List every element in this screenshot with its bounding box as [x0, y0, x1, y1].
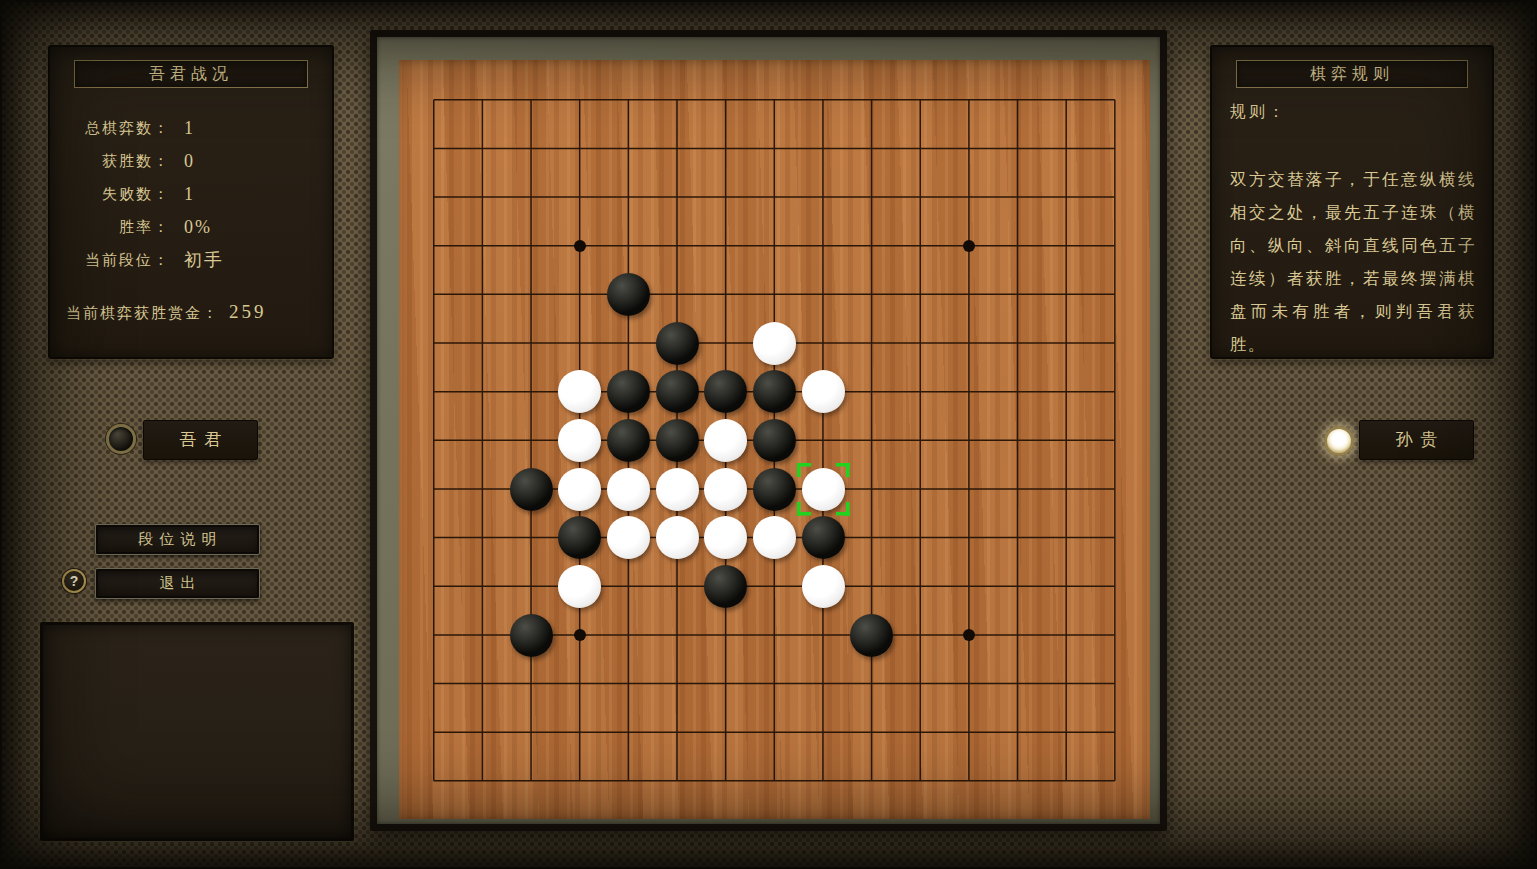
stat-value: 1 — [184, 112, 195, 145]
white-stone — [558, 419, 601, 462]
white-stone — [558, 468, 601, 511]
white-stone — [607, 516, 650, 559]
black-stone — [704, 370, 747, 413]
stat-value: 1 — [184, 178, 195, 211]
black-stone-indicator — [106, 424, 136, 454]
black-stone — [510, 468, 553, 511]
black-stone — [753, 370, 796, 413]
white-stone — [607, 468, 650, 511]
stat-wins: 获胜数： 0 — [50, 145, 332, 178]
white-stone-indicator — [1324, 426, 1354, 456]
stat-losses: 失败数： 1 — [50, 178, 332, 211]
stat-total-games: 总棋弈数： 1 — [50, 112, 332, 145]
stat-label: 胜率： — [50, 211, 170, 244]
bounty-value: 259 — [229, 301, 267, 322]
star-point — [963, 240, 975, 252]
white-stone — [802, 565, 845, 608]
white-stone — [704, 516, 747, 559]
black-stone — [656, 370, 699, 413]
black-stone — [607, 273, 650, 316]
stones-grid — [410, 76, 1140, 806]
last-move-marker — [797, 463, 850, 516]
star-point — [574, 629, 586, 641]
white-stone — [704, 419, 747, 462]
white-stone — [802, 370, 845, 413]
black-stone — [607, 419, 650, 462]
black-stone — [607, 370, 650, 413]
board-frame — [377, 37, 1160, 824]
stats-panel: 吾君战况 总棋弈数： 1 获胜数： 0 失败数： 1 胜率： 0% 当前段位： … — [48, 45, 334, 359]
stat-winrate: 胜率： 0% — [50, 211, 332, 244]
black-stone — [753, 468, 796, 511]
stat-label: 失败数： — [50, 178, 170, 211]
black-stone — [558, 516, 601, 559]
stats-panel-title: 吾君战况 — [74, 60, 307, 88]
rules-heading: 规则： — [1230, 102, 1492, 123]
black-stone — [510, 614, 553, 657]
help-icon[interactable]: ? — [62, 569, 86, 593]
white-stone — [753, 322, 796, 365]
bounty-row: 当前棋弈获胜赏金：259 — [66, 300, 267, 325]
star-point — [574, 240, 586, 252]
empty-log-panel — [40, 622, 354, 841]
black-stone — [850, 614, 893, 657]
rank-info-button[interactable]: 段位说明 — [95, 524, 260, 555]
white-stone — [558, 565, 601, 608]
black-stone — [704, 565, 747, 608]
white-stone — [753, 516, 796, 559]
black-stone — [753, 419, 796, 462]
white-stone — [704, 468, 747, 511]
board-play-area[interactable] — [399, 60, 1150, 819]
black-stone — [656, 322, 699, 365]
bounty-label: 当前棋弈获胜赏金： — [66, 305, 219, 321]
black-stone — [656, 419, 699, 462]
star-point — [963, 629, 975, 641]
rules-panel: 棋弈规则 规则： 双方交替落子，于任意纵横线相交之处，最先五子连珠（横向、纵向、… — [1210, 45, 1494, 359]
stat-value: 初手 — [184, 244, 224, 277]
player-right-nameplate: 孙贵 — [1359, 420, 1474, 460]
black-stone — [802, 516, 845, 559]
stat-label: 总棋弈数： — [50, 112, 170, 145]
white-stone — [656, 516, 699, 559]
stat-label: 当前段位： — [50, 244, 170, 277]
stat-value: 0 — [184, 145, 195, 178]
stat-rank: 当前段位： 初手 — [50, 244, 332, 277]
white-stone — [558, 370, 601, 413]
player-left-nameplate: 吾君 — [143, 420, 258, 460]
stats-list: 总棋弈数： 1 获胜数： 0 失败数： 1 胜率： 0% 当前段位： 初手 — [50, 112, 332, 277]
stat-value: 0% — [184, 211, 212, 244]
gomoku-board — [370, 30, 1167, 831]
exit-button[interactable]: 退出 — [95, 568, 260, 599]
rules-text: 双方交替落子，于任意纵横线相交之处，最先五子连珠（横向、纵向、斜向直线同色五子连… — [1230, 163, 1476, 361]
stat-label: 获胜数： — [50, 145, 170, 178]
white-stone — [656, 468, 699, 511]
rules-panel-title: 棋弈规则 — [1236, 60, 1468, 88]
